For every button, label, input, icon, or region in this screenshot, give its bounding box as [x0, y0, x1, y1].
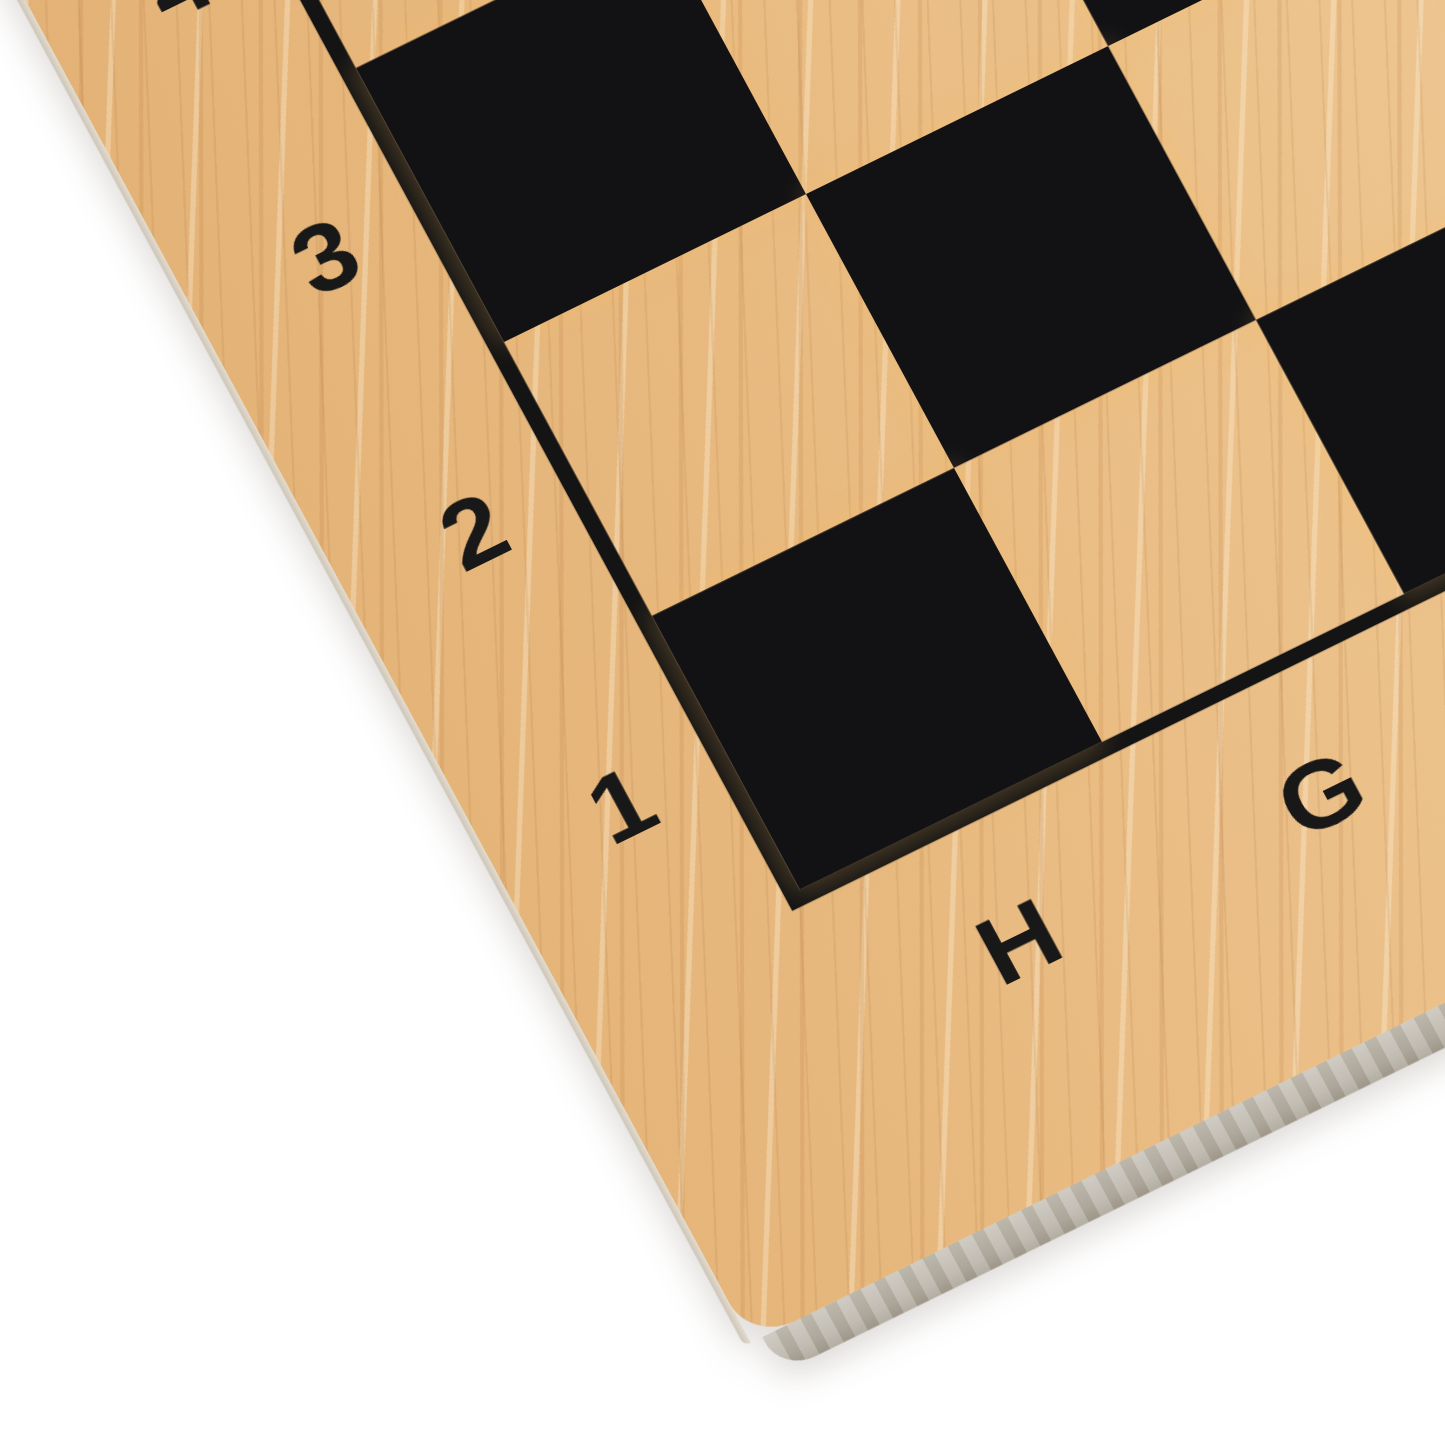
grid-border [0, 0, 1445, 911]
rank-label-4: 4 [128, 0, 227, 38]
file-label-g: G [1261, 732, 1381, 854]
rank-label-3: 3 [276, 201, 375, 312]
rank-label-2: 2 [424, 475, 523, 586]
board-grid [0, 0, 1445, 890]
chessboard-photo: 1 2 3 4 5 6 7 8 H G F E D C B A [0, 0, 1445, 1445]
file-label-h: H [961, 881, 1075, 1000]
wooden-board: 1 2 3 4 5 6 7 8 H G F E D C B A [0, 0, 1445, 1343]
rank-label-1: 1 [572, 749, 671, 860]
